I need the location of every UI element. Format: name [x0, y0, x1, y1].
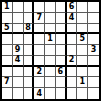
cell-r3c1-given: 5: [2, 24, 13, 35]
cell-r5c2-given: 9: [13, 45, 24, 56]
cell-r7c5-empty[interactable]: [45, 67, 56, 78]
cell-r6c4-empty[interactable]: [34, 56, 45, 67]
cell-r6c2-given: 4: [13, 56, 24, 67]
cell-r4c3-empty[interactable]: [24, 34, 35, 45]
cell-r2c5-empty[interactable]: [45, 13, 56, 24]
cell-r7c6-given: 6: [56, 67, 67, 78]
cell-r1c4-empty[interactable]: [34, 2, 45, 13]
cell-r7c1-empty[interactable]: [2, 67, 13, 78]
cell-r9c8-empty[interactable]: [77, 88, 88, 99]
cell-r1c8-empty[interactable]: [77, 2, 88, 13]
cell-r3c2-empty[interactable]: [13, 24, 24, 35]
cell-r7c8-empty[interactable]: [77, 67, 88, 78]
cell-r2c2-empty[interactable]: [13, 13, 24, 24]
cell-r4c9-empty[interactable]: [88, 34, 99, 45]
cell-r4c7-empty[interactable]: [67, 34, 78, 45]
cell-r6c3-empty[interactable]: [24, 56, 35, 67]
cell-r2c6-empty[interactable]: [56, 13, 67, 24]
cell-r9c4-given: 4: [34, 88, 45, 99]
cell-r8c1-given: 7: [2, 77, 13, 88]
cell-r6c9-empty[interactable]: [88, 56, 99, 67]
cell-r5c4-empty[interactable]: [34, 45, 45, 56]
cell-r2c4-given: 7: [34, 13, 45, 24]
cell-r9c9-empty[interactable]: [88, 88, 99, 99]
cell-r6c1-empty[interactable]: [2, 56, 13, 67]
cell-r1c5-empty[interactable]: [45, 2, 56, 13]
cell-r3c8-empty[interactable]: [77, 24, 88, 35]
cell-r5c6-empty[interactable]: [56, 45, 67, 56]
cell-r2c9-empty[interactable]: [88, 13, 99, 24]
cell-r4c4-empty[interactable]: [34, 34, 45, 45]
cell-r3c7-empty[interactable]: [67, 24, 78, 35]
cell-r1c1-given: 1: [2, 2, 13, 13]
cell-r3c6-empty[interactable]: [56, 24, 67, 35]
cell-r8c2-empty[interactable]: [13, 77, 24, 88]
cell-r7c7-empty[interactable]: [67, 67, 78, 78]
cell-r7c2-empty[interactable]: [13, 67, 24, 78]
cell-r5c1-empty[interactable]: [2, 45, 13, 56]
cell-r9c3-empty[interactable]: [24, 88, 35, 99]
cell-r4c5-given: 1: [45, 34, 56, 45]
cell-r4c2-empty[interactable]: [13, 34, 24, 45]
cell-r8c5-empty[interactable]: [45, 77, 56, 88]
cell-r8c9-empty[interactable]: [88, 77, 99, 88]
cell-r3c5-empty[interactable]: [45, 24, 56, 35]
cell-r4c8-given: 5: [77, 34, 88, 45]
cell-r6c8-empty[interactable]: [77, 56, 88, 67]
cell-r9c5-empty[interactable]: [45, 88, 56, 99]
cell-r7c3-empty[interactable]: [24, 67, 35, 78]
cell-r5c5-empty[interactable]: [45, 45, 56, 56]
cell-r9c2-empty[interactable]: [13, 88, 24, 99]
cell-r7c4-given: 2: [34, 67, 45, 78]
cell-r2c3-empty[interactable]: [24, 13, 35, 24]
cell-r4c6-empty[interactable]: [56, 34, 67, 45]
cell-r5c7-empty[interactable]: [67, 45, 78, 56]
cell-r4c1-empty[interactable]: [2, 34, 13, 45]
cell-r9c1-empty[interactable]: [2, 88, 13, 99]
cell-r9c6-empty[interactable]: [56, 88, 67, 99]
cell-r2c7-given: 4: [67, 13, 78, 24]
sudoku-board: 16745815934226714: [0, 0, 101, 101]
cell-r1c3-empty[interactable]: [24, 2, 35, 13]
cell-r7c9-empty[interactable]: [88, 67, 99, 78]
cell-r5c8-empty[interactable]: [77, 45, 88, 56]
cell-r5c9-given: 3: [88, 45, 99, 56]
cell-r2c1-empty[interactable]: [2, 13, 13, 24]
cell-r2c8-empty[interactable]: [77, 13, 88, 24]
cell-r6c7-given: 2: [67, 56, 78, 67]
cell-r6c6-empty[interactable]: [56, 56, 67, 67]
cell-r9c7-empty[interactable]: [67, 88, 78, 99]
cell-r6c5-empty[interactable]: [45, 56, 56, 67]
cell-r3c4-empty[interactable]: [34, 24, 45, 35]
cell-r8c7-empty[interactable]: [67, 77, 78, 88]
cell-r1c7-given: 6: [67, 2, 78, 13]
cell-r5c3-empty[interactable]: [24, 45, 35, 56]
cell-r1c9-empty[interactable]: [88, 2, 99, 13]
cell-r3c9-empty[interactable]: [88, 24, 99, 35]
cell-r8c8-given: 1: [77, 77, 88, 88]
cell-r8c4-empty[interactable]: [34, 77, 45, 88]
cell-r8c6-empty[interactable]: [56, 77, 67, 88]
cell-r1c2-empty[interactable]: [13, 2, 24, 13]
cell-r3c3-given: 8: [24, 24, 35, 35]
cell-r1c6-empty[interactable]: [56, 2, 67, 13]
cell-r8c3-empty[interactable]: [24, 77, 35, 88]
